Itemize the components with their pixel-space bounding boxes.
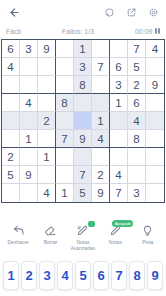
cell-r6c6[interactable]: 4 (92, 130, 110, 148)
sudoku-board: 6391744376583294816214179482159724415973 (1, 39, 165, 203)
cell-r6c3[interactable] (38, 130, 56, 148)
undo-button[interactable]: Deshacer (2, 224, 34, 245)
gear-icon (148, 7, 159, 18)
cell-r5c4[interactable] (56, 112, 74, 130)
undo-label: Deshacer (7, 239, 28, 245)
cell-r2c9[interactable] (146, 58, 164, 76)
numpad-key-7[interactable]: 7 (111, 261, 127, 290)
cell-r7c9[interactable] (146, 148, 164, 166)
cell-r1c8[interactable]: 7 (128, 40, 146, 58)
hint-button[interactable]: Pista (132, 224, 164, 245)
settings-button[interactable] (148, 7, 159, 18)
cell-r6c8[interactable]: 8 (128, 130, 146, 148)
cell-r9c8[interactable]: 3 (128, 184, 146, 202)
cell-r5c3[interactable]: 2 (38, 112, 56, 130)
cell-r4c1[interactable] (2, 94, 20, 112)
cell-r8c4[interactable] (56, 166, 74, 184)
cell-r7c3[interactable]: 1 (38, 148, 56, 166)
cell-r3c1[interactable] (2, 76, 20, 94)
cell-r1c5[interactable]: 1 (74, 40, 92, 58)
cell-r8c7[interactable]: 4 (110, 166, 128, 184)
cell-r9c6[interactable]: 9 (92, 184, 110, 202)
cell-r1c3[interactable]: 9 (38, 40, 56, 58)
cell-r4c6[interactable] (92, 94, 110, 112)
cell-r8c8[interactable] (128, 166, 146, 184)
cell-r4c3[interactable] (38, 94, 56, 112)
cell-r5c1[interactable] (2, 112, 20, 130)
share-button[interactable] (126, 7, 137, 18)
cell-r1c1[interactable]: 6 (2, 40, 20, 58)
pause-button[interactable] (155, 28, 160, 34)
timer: 00:09 (135, 28, 153, 35)
cell-r3c3[interactable] (38, 76, 56, 94)
cell-r8c9[interactable] (146, 166, 164, 184)
cell-r1c6[interactable] (92, 40, 110, 58)
notes-label: Notas (109, 239, 122, 245)
eraser-icon (44, 224, 57, 237)
numpad-key-6[interactable]: 6 (93, 261, 109, 290)
cell-r7c6[interactable] (92, 148, 110, 166)
cell-r8c3[interactable] (38, 166, 56, 184)
numpad-key-1[interactable]: 1 (3, 261, 19, 290)
cell-r2c2[interactable] (20, 58, 38, 76)
cell-r7c1[interactable]: 2 (2, 148, 20, 166)
numpad-key-3[interactable]: 3 (39, 261, 55, 290)
number-pad: 123456789 (0, 261, 166, 290)
cell-r9c2[interactable] (20, 184, 38, 202)
cell-r9c1[interactable] (2, 184, 20, 202)
palette-icon (104, 7, 115, 18)
cell-r9c5[interactable]: 5 (74, 184, 92, 202)
cell-r6c2[interactable]: 1 (20, 130, 38, 148)
back-button[interactable] (7, 6, 20, 19)
cell-r4c7[interactable]: 1 (110, 94, 128, 112)
difficulty-label: Fácil (6, 28, 21, 35)
erase-button[interactable]: Borrar (35, 224, 67, 245)
cell-r4c8[interactable]: 6 (128, 94, 146, 112)
cell-r2c1[interactable]: 4 (2, 58, 20, 76)
advanced-notes-label: Notas Avanzadas (67, 239, 99, 252)
cell-r6c9[interactable] (146, 130, 164, 148)
cell-r4c4[interactable]: 8 (56, 94, 74, 112)
undo-icon (12, 224, 25, 237)
cell-r2c5[interactable]: 3 (74, 58, 92, 76)
cell-r7c7[interactable] (110, 148, 128, 166)
advanced-notes-button[interactable]: Notas Avanzadas (67, 224, 99, 252)
cell-r3c5[interactable]: 8 (74, 76, 92, 94)
cell-r5c7[interactable] (110, 112, 128, 130)
cell-r6c4[interactable]: 7 (56, 130, 74, 148)
cell-r1c7[interactable] (110, 40, 128, 58)
notes-state-badge: Apagado (112, 220, 133, 227)
toolbar: Deshacer Borrar Notas Avanzadas Apagado … (0, 224, 166, 252)
cell-r3c7[interactable]: 3 (110, 76, 128, 94)
cell-r9c4[interactable]: 1 (56, 184, 74, 202)
numpad-key-9[interactable]: 9 (147, 261, 163, 290)
cell-r1c4[interactable] (56, 40, 74, 58)
cell-r7c5[interactable] (74, 148, 92, 166)
cell-r2c7[interactable]: 6 (110, 58, 128, 76)
cell-r4c9[interactable] (146, 94, 164, 112)
cell-r5c2[interactable] (20, 112, 38, 130)
top-bar (0, 0, 166, 24)
cell-r6c7[interactable] (110, 130, 128, 148)
arrow-left-icon (7, 6, 20, 19)
numpad-key-8[interactable]: 8 (129, 261, 145, 290)
cell-r3c4[interactable] (56, 76, 74, 94)
cell-r7c4[interactable] (56, 148, 74, 166)
cell-r7c2[interactable] (20, 148, 38, 166)
cell-r5c5[interactable] (74, 112, 92, 130)
advanced-notes-badge (88, 221, 95, 227)
open-external-icon (126, 7, 137, 18)
cell-r6c1[interactable] (2, 130, 20, 148)
cell-r1c2[interactable]: 3 (20, 40, 38, 58)
cell-r8c5[interactable]: 7 (74, 166, 92, 184)
cell-r5c6[interactable]: 1 (92, 112, 110, 130)
notes-button[interactable]: Apagado Notas (99, 224, 131, 245)
cell-r3c6[interactable] (92, 76, 110, 94)
cell-r8c1[interactable]: 5 (2, 166, 20, 184)
hint-label: Pista (142, 239, 153, 245)
cell-r3c8[interactable]: 2 (128, 76, 146, 94)
cell-r7c8[interactable] (128, 148, 146, 166)
cell-r2c3[interactable] (38, 58, 56, 76)
cell-r2c8[interactable]: 5 (128, 58, 146, 76)
cell-r8c2[interactable]: 9 (20, 166, 38, 184)
numpad-key-4[interactable]: 4 (57, 261, 73, 290)
cell-r5c8[interactable]: 4 (128, 112, 146, 130)
status-bar: Fácil Fallos: 1/3 00:09 (0, 24, 166, 38)
erase-label: Borrar (44, 239, 58, 245)
cell-r9c7[interactable]: 7 (110, 184, 128, 202)
cell-r8c6[interactable]: 2 (92, 166, 110, 184)
theme-button[interactable] (104, 7, 115, 18)
cell-r9c9[interactable] (146, 184, 164, 202)
mistakes-counter: Fallos: 1/3 (62, 28, 94, 35)
numpad-key-2[interactable]: 2 (21, 261, 37, 290)
cell-r4c5[interactable] (74, 94, 92, 112)
cell-r5c9[interactable] (146, 112, 164, 130)
lightbulb-icon (141, 224, 154, 237)
cell-r1c9[interactable]: 4 (146, 40, 164, 58)
cell-r3c2[interactable] (20, 76, 38, 94)
numpad-key-5[interactable]: 5 (75, 261, 91, 290)
cell-r2c4[interactable] (56, 58, 74, 76)
cell-r4c2[interactable]: 4 (20, 94, 38, 112)
cell-r9c3[interactable]: 4 (38, 184, 56, 202)
cell-r2c6[interactable]: 7 (92, 58, 110, 76)
cell-r6c5[interactable]: 9 (74, 130, 92, 148)
cell-r3c9[interactable]: 9 (146, 76, 164, 94)
